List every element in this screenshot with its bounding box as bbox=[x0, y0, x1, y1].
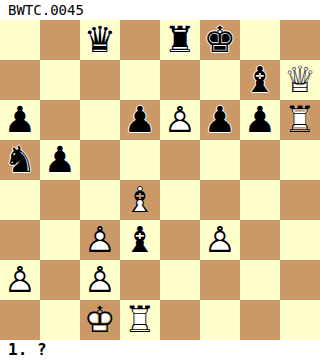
square-b7[interactable] bbox=[40, 60, 80, 100]
square-h2[interactable] bbox=[280, 260, 320, 300]
piece-outline: ♙ bbox=[200, 220, 240, 260]
square-d4[interactable]: ♝♗ bbox=[120, 180, 160, 220]
square-c2[interactable]: ♟♙ bbox=[80, 260, 120, 300]
black-pawn[interactable]: ♟ bbox=[240, 100, 280, 140]
black-knight[interactable]: ♞ bbox=[0, 140, 40, 180]
square-f8[interactable]: ♚ bbox=[200, 20, 240, 60]
square-e8[interactable]: ♜ bbox=[160, 20, 200, 60]
square-h5[interactable] bbox=[280, 140, 320, 180]
square-b6[interactable] bbox=[40, 100, 80, 140]
square-g8[interactable] bbox=[240, 20, 280, 60]
white-bishop[interactable]: ♝♗ bbox=[120, 180, 160, 220]
square-e3[interactable] bbox=[160, 220, 200, 260]
black-pawn[interactable]: ♟ bbox=[0, 100, 40, 140]
square-c7[interactable] bbox=[80, 60, 120, 100]
square-c1[interactable]: ♚♔ bbox=[80, 300, 120, 340]
square-d6[interactable]: ♟ bbox=[120, 100, 160, 140]
white-rook[interactable]: ♜♖ bbox=[280, 100, 320, 140]
square-c6[interactable] bbox=[80, 100, 120, 140]
square-h7[interactable]: ♛♕ bbox=[280, 60, 320, 100]
black-bishop[interactable]: ♝ bbox=[240, 60, 280, 100]
chess-board: ♛♜♚♝♛♕♟♟♟♙♟♟♜♖♞♟♝♗♟♙♝♟♙♟♙♟♙♚♔♜♖ bbox=[0, 20, 320, 340]
black-queen[interactable]: ♛ bbox=[80, 20, 120, 60]
square-h3[interactable] bbox=[280, 220, 320, 260]
black-pawn[interactable]: ♟ bbox=[40, 140, 80, 180]
square-h4[interactable] bbox=[280, 180, 320, 220]
square-d1[interactable]: ♜♖ bbox=[120, 300, 160, 340]
piece-outline: ♙ bbox=[160, 100, 200, 140]
piece-outline: ♔ bbox=[80, 300, 120, 340]
square-d8[interactable] bbox=[120, 20, 160, 60]
square-d3[interactable]: ♝ bbox=[120, 220, 160, 260]
piece-outline: ♖ bbox=[280, 100, 320, 140]
black-rook[interactable]: ♜ bbox=[160, 20, 200, 60]
black-pawn[interactable]: ♟ bbox=[200, 100, 240, 140]
square-e2[interactable] bbox=[160, 260, 200, 300]
square-b5[interactable]: ♟ bbox=[40, 140, 80, 180]
square-g7[interactable]: ♝ bbox=[240, 60, 280, 100]
white-king[interactable]: ♚♔ bbox=[80, 300, 120, 340]
square-e7[interactable] bbox=[160, 60, 200, 100]
piece-outline: ♙ bbox=[0, 260, 40, 300]
square-f3[interactable]: ♟♙ bbox=[200, 220, 240, 260]
square-f2[interactable] bbox=[200, 260, 240, 300]
square-d2[interactable] bbox=[120, 260, 160, 300]
square-e1[interactable] bbox=[160, 300, 200, 340]
square-c8[interactable]: ♛ bbox=[80, 20, 120, 60]
move-prompt: 1. ? bbox=[0, 340, 320, 360]
white-pawn[interactable]: ♟♙ bbox=[200, 220, 240, 260]
square-c4[interactable] bbox=[80, 180, 120, 220]
square-f5[interactable] bbox=[200, 140, 240, 180]
square-b2[interactable] bbox=[40, 260, 80, 300]
white-pawn[interactable]: ♟♙ bbox=[80, 220, 120, 260]
square-c3[interactable]: ♟♙ bbox=[80, 220, 120, 260]
square-b8[interactable] bbox=[40, 20, 80, 60]
black-pawn[interactable]: ♟ bbox=[120, 100, 160, 140]
piece-outline: ♙ bbox=[80, 260, 120, 300]
white-pawn[interactable]: ♟♙ bbox=[0, 260, 40, 300]
diagram-title: BWTC.0045 bbox=[0, 0, 320, 20]
square-d5[interactable] bbox=[120, 140, 160, 180]
square-f1[interactable] bbox=[200, 300, 240, 340]
square-c5[interactable] bbox=[80, 140, 120, 180]
square-g5[interactable] bbox=[240, 140, 280, 180]
black-king[interactable]: ♚ bbox=[200, 20, 240, 60]
black-bishop[interactable]: ♝ bbox=[120, 220, 160, 260]
square-d7[interactable] bbox=[120, 60, 160, 100]
square-a1[interactable] bbox=[0, 300, 40, 340]
piece-outline: ♙ bbox=[80, 220, 120, 260]
square-a7[interactable] bbox=[0, 60, 40, 100]
square-a8[interactable] bbox=[0, 20, 40, 60]
square-h6[interactable]: ♜♖ bbox=[280, 100, 320, 140]
square-b1[interactable] bbox=[40, 300, 80, 340]
white-queen[interactable]: ♛♕ bbox=[280, 60, 320, 100]
white-pawn[interactable]: ♟♙ bbox=[80, 260, 120, 300]
square-e4[interactable] bbox=[160, 180, 200, 220]
square-e5[interactable] bbox=[160, 140, 200, 180]
square-e6[interactable]: ♟♙ bbox=[160, 100, 200, 140]
square-f7[interactable] bbox=[200, 60, 240, 100]
square-a5[interactable]: ♞ bbox=[0, 140, 40, 180]
square-a4[interactable] bbox=[0, 180, 40, 220]
square-b3[interactable] bbox=[40, 220, 80, 260]
square-g2[interactable] bbox=[240, 260, 280, 300]
square-g3[interactable] bbox=[240, 220, 280, 260]
square-f4[interactable] bbox=[200, 180, 240, 220]
square-g6[interactable]: ♟ bbox=[240, 100, 280, 140]
piece-outline: ♕ bbox=[280, 60, 320, 100]
piece-outline: ♖ bbox=[120, 300, 160, 340]
piece-outline: ♗ bbox=[120, 180, 160, 220]
square-g4[interactable] bbox=[240, 180, 280, 220]
square-a2[interactable]: ♟♙ bbox=[0, 260, 40, 300]
square-b4[interactable] bbox=[40, 180, 80, 220]
square-a3[interactable] bbox=[0, 220, 40, 260]
white-pawn[interactable]: ♟♙ bbox=[160, 100, 200, 140]
square-g1[interactable] bbox=[240, 300, 280, 340]
square-h8[interactable] bbox=[280, 20, 320, 60]
square-f6[interactable]: ♟ bbox=[200, 100, 240, 140]
white-rook[interactable]: ♜♖ bbox=[120, 300, 160, 340]
square-h1[interactable] bbox=[280, 300, 320, 340]
square-a6[interactable]: ♟ bbox=[0, 100, 40, 140]
